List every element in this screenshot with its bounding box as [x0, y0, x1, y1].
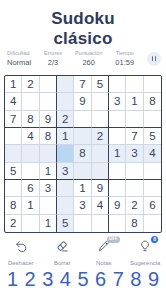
- cell-r6c9[interactable]: [144, 163, 161, 180]
- stat-errors: Errores 2/3: [44, 50, 62, 67]
- eraser-icon: [55, 239, 69, 257]
- numpad-8[interactable]: 8: [130, 267, 141, 291]
- cell-r2c8[interactable]: 1: [126, 93, 143, 110]
- cell-r9c5[interactable]: [74, 215, 91, 232]
- cell-r6c3[interactable]: 1: [40, 163, 57, 180]
- cell-r5c1[interactable]: [5, 145, 22, 162]
- cell-r6c4[interactable]: 3: [57, 163, 74, 180]
- numpad-6[interactable]: 6: [95, 267, 106, 291]
- stat-score-label: Puntuación: [75, 50, 103, 56]
- stat-time: Tiempo 01:59: [115, 50, 134, 67]
- cell-r3c7[interactable]: [109, 111, 126, 128]
- cell-r2c7[interactable]: 3: [109, 93, 126, 110]
- page-title: Sudoku clásico: [0, 0, 166, 48]
- cell-r7c8[interactable]: [126, 180, 143, 197]
- cell-r8c1[interactable]: 8: [5, 197, 22, 214]
- cell-r2c1[interactable]: 4: [5, 93, 22, 110]
- undo-label: Deshacer: [8, 260, 34, 266]
- cell-r1c9[interactable]: [144, 76, 161, 93]
- cell-r5c7[interactable]: 1: [109, 145, 126, 162]
- cell-r2c2[interactable]: [22, 93, 39, 110]
- cell-r5c3[interactable]: [40, 145, 57, 162]
- numpad-5[interactable]: 5: [77, 267, 88, 291]
- cell-r4c4[interactable]: 1: [57, 128, 74, 145]
- cell-r6c5[interactable]: [74, 163, 91, 180]
- cell-r7c5[interactable]: 1: [74, 180, 91, 197]
- sudoku-board: 1275493187892481275813451363198134926215…: [4, 75, 162, 233]
- cell-r3c4[interactable]: 2: [57, 111, 74, 128]
- hint-label: Sugerencia: [130, 260, 160, 266]
- cell-r9c2[interactable]: [22, 215, 39, 232]
- numpad-1[interactable]: 1: [7, 267, 18, 291]
- cell-r6c6[interactable]: [92, 163, 109, 180]
- cell-r4c7[interactable]: [109, 128, 126, 145]
- cell-r5c2[interactable]: [22, 145, 39, 162]
- cell-r8c7[interactable]: 9: [109, 197, 126, 214]
- title-line-1: Sudoku: [0, 9, 166, 29]
- numpad-3[interactable]: 3: [42, 267, 53, 291]
- cell-r4c3[interactable]: 8: [40, 128, 57, 145]
- cell-r3c6[interactable]: [92, 111, 109, 128]
- cell-r8c9[interactable]: 6: [144, 197, 161, 214]
- numpad-2[interactable]: 2: [25, 267, 36, 291]
- cell-r3c5[interactable]: [74, 111, 91, 128]
- pause-icon: [152, 56, 154, 61]
- stat-errors-label: Errores: [44, 50, 62, 56]
- cell-r2c5[interactable]: 9: [74, 93, 91, 110]
- cell-r4c2[interactable]: 4: [22, 128, 39, 145]
- cell-r5c8[interactable]: 3: [126, 145, 143, 162]
- cell-r3c3[interactable]: 9: [40, 111, 57, 128]
- cell-r8c6[interactable]: 4: [92, 197, 109, 214]
- notes-label: Notas: [96, 260, 112, 266]
- hint-button[interactable]: 8 Sugerencia: [125, 239, 165, 266]
- cell-r8c5[interactable]: 3: [74, 197, 91, 214]
- cell-r6c1[interactable]: 5: [5, 163, 22, 180]
- title-line-2: clásico: [0, 29, 166, 49]
- undo-icon: [14, 239, 28, 257]
- cell-r9c4[interactable]: 5: [57, 215, 74, 232]
- cell-r1c5[interactable]: 7: [74, 76, 91, 93]
- cell-r7c4[interactable]: [57, 180, 74, 197]
- toolbar: Deshacer Borrar OFF Notas 8 Sugerencia: [0, 239, 166, 266]
- cell-r7c6[interactable]: 9: [92, 180, 109, 197]
- cell-r1c7[interactable]: [109, 76, 126, 93]
- cell-r1c6[interactable]: 5: [92, 76, 109, 93]
- numpad-7[interactable]: 7: [113, 267, 124, 291]
- cell-r9c7[interactable]: [109, 215, 126, 232]
- stat-difficulty: Dificultad Normal: [7, 50, 31, 67]
- stat-score: Puntuación 260: [75, 50, 103, 67]
- cell-r1c8[interactable]: [126, 76, 143, 93]
- undo-button[interactable]: Deshacer: [1, 239, 41, 266]
- cell-r4c1[interactable]: [5, 128, 22, 145]
- cell-r9c9[interactable]: [144, 215, 161, 232]
- cell-r2c9[interactable]: 8: [144, 93, 161, 110]
- cell-r6c8[interactable]: [126, 163, 143, 180]
- cell-r6c2[interactable]: [22, 163, 39, 180]
- lightbulb-icon: [138, 239, 152, 257]
- cell-r7c7[interactable]: [109, 180, 126, 197]
- cell-r3c2[interactable]: 8: [22, 111, 39, 128]
- cell-r4c6[interactable]: 2: [92, 128, 109, 145]
- cell-r9c3[interactable]: 1: [40, 215, 57, 232]
- cell-r3c1[interactable]: 7: [5, 111, 22, 128]
- pause-button[interactable]: [147, 52, 161, 66]
- cell-r4c9[interactable]: 5: [144, 128, 161, 145]
- cell-r5c9[interactable]: 4: [144, 145, 161, 162]
- cell-r7c1[interactable]: [5, 180, 22, 197]
- stat-time-label: Tiempo: [115, 50, 134, 56]
- erase-button[interactable]: Borrar: [42, 239, 82, 266]
- stat-errors-value: 2/3: [44, 58, 62, 67]
- cell-r9c8[interactable]: 8: [126, 215, 143, 232]
- cell-r5c5[interactable]: 8: [74, 145, 91, 162]
- numpad-4[interactable]: 4: [60, 267, 71, 291]
- cell-r1c1[interactable]: 1: [5, 76, 22, 93]
- erase-label: Borrar: [54, 260, 71, 266]
- stats-bar: Dificultad Normal Errores 2/3 Puntuación…: [7, 50, 161, 67]
- stat-time-value: 01:59: [115, 58, 134, 67]
- cell-r8c3[interactable]: [40, 197, 57, 214]
- cell-r2c4[interactable]: [57, 93, 74, 110]
- cell-r5c6[interactable]: [92, 145, 109, 162]
- cell-r1c4[interactable]: [57, 76, 74, 93]
- notes-off-badge: OFF: [107, 236, 120, 243]
- cell-r1c3[interactable]: [40, 76, 57, 93]
- cell-r3c9[interactable]: [144, 111, 161, 128]
- cell-r4c8[interactable]: 7: [126, 128, 143, 145]
- cell-r5c4[interactable]: [57, 145, 74, 162]
- cell-r6c7[interactable]: [109, 163, 126, 180]
- cell-r9c1[interactable]: 2: [5, 215, 22, 232]
- cell-r2c6[interactable]: [92, 93, 109, 110]
- cell-r8c8[interactable]: 2: [126, 197, 143, 214]
- numpad-9[interactable]: 9: [148, 267, 159, 291]
- cell-r2c3[interactable]: [40, 93, 57, 110]
- notes-button[interactable]: OFF Notas: [84, 239, 124, 266]
- number-pad: 1 2 3 4 5 6 7 8 9: [7, 267, 159, 291]
- stat-score-value: 260: [75, 58, 103, 67]
- cell-r8c2[interactable]: 1: [22, 197, 39, 214]
- hint-count-badge: 8: [151, 236, 158, 243]
- cell-r1c2[interactable]: 2: [22, 76, 39, 93]
- cell-r7c9[interactable]: [144, 180, 161, 197]
- stat-difficulty-label: Dificultad: [7, 50, 31, 56]
- cell-r9c6[interactable]: [92, 215, 109, 232]
- cell-r3c8[interactable]: [126, 111, 143, 128]
- cell-r4c5[interactable]: [74, 128, 91, 145]
- cell-r7c2[interactable]: 6: [22, 180, 39, 197]
- cell-r8c4[interactable]: [57, 197, 74, 214]
- stat-difficulty-value: Normal: [7, 58, 31, 67]
- cell-r7c3[interactable]: 3: [40, 180, 57, 197]
